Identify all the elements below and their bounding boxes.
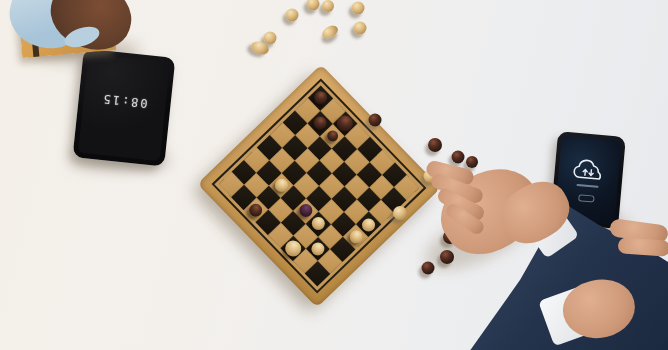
light-piece-loose[interactable] bbox=[354, 22, 367, 35]
light-piece-loose[interactable] bbox=[352, 2, 365, 15]
dark-piece-loose[interactable] bbox=[440, 250, 454, 264]
left-phone-screen: 08:15 bbox=[78, 54, 170, 161]
game-board bbox=[197, 64, 440, 307]
light-piece-loose[interactable] bbox=[264, 32, 277, 45]
clock-time: 08:15 bbox=[83, 89, 166, 111]
light-piece-loose[interactable] bbox=[307, 0, 320, 11]
screen-button[interactable] bbox=[578, 194, 595, 202]
dark-piece-loose[interactable] bbox=[428, 138, 442, 152]
scene: 08:15 bbox=[0, 0, 668, 350]
dark-piece-loose[interactable] bbox=[369, 114, 382, 127]
board-grid bbox=[219, 86, 420, 287]
light-piece-loose[interactable] bbox=[322, 0, 334, 12]
dark-piece-loose[interactable] bbox=[466, 156, 478, 168]
board-field bbox=[212, 79, 427, 294]
light-piece-loose[interactable] bbox=[320, 23, 340, 41]
light-piece-loose[interactable] bbox=[393, 206, 407, 220]
cloud-transfer-icon bbox=[558, 156, 620, 187]
dark-piece-loose[interactable] bbox=[422, 262, 435, 275]
dark-piece-loose[interactable] bbox=[452, 151, 465, 164]
light-piece-loose[interactable] bbox=[286, 9, 299, 22]
left-phone[interactable]: 08:15 bbox=[73, 48, 176, 166]
